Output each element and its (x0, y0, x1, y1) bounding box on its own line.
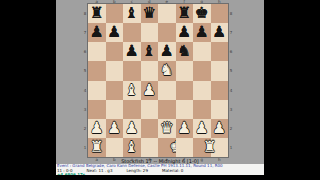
material-balance-text: Material: 0 (162, 169, 183, 174)
square-g2[interactable]: ♟ (193, 119, 211, 138)
square-c2[interactable]: ♟ (123, 119, 141, 138)
square-g3[interactable] (193, 100, 211, 119)
square-g7[interactable]: ♟ (193, 23, 211, 42)
square-g5[interactable] (193, 61, 211, 80)
square-a2[interactable]: ♟ (88, 119, 106, 138)
square-c1[interactable]: ♝ (123, 138, 141, 157)
piece-black-pawn: ♟ (176, 23, 194, 42)
square-b7[interactable]: ♟ (106, 23, 124, 42)
square-d4[interactable]: ♟ (141, 81, 159, 100)
piece-white-knight: ♞ (158, 61, 176, 80)
right-letterbox-bar (264, 0, 320, 180)
rank-label-7: 7 (83, 23, 87, 42)
square-b4[interactable] (106, 81, 124, 100)
square-f3[interactable] (176, 100, 194, 119)
square-h6[interactable] (211, 42, 229, 61)
square-f1[interactable] (176, 138, 194, 157)
rank-labels-left: 87654321 (83, 4, 87, 157)
rank-label-5: 5 (229, 61, 233, 80)
square-a8[interactable]: ♜ (88, 4, 106, 23)
rank-label-2: 2 (229, 119, 233, 138)
rank-label-1: 1 (83, 138, 87, 157)
piece-black-king: ♚ (193, 4, 211, 23)
square-b2[interactable]: ♟ (106, 119, 124, 138)
chess-video-frame: abcdefgh abcdefgh 87654321 87654321 ♜♝♛♜… (0, 0, 320, 180)
square-e6[interactable]: ♟ (158, 42, 176, 61)
square-c6[interactable]: ♟ (123, 42, 141, 61)
square-e3[interactable] (158, 100, 176, 119)
rank-label-2: 2 (83, 119, 87, 138)
piece-white-pawn: ♟ (88, 119, 106, 138)
rank-label-3: 3 (83, 100, 87, 119)
rank-label-6: 6 (83, 42, 87, 61)
chess-board: ♜♝♛♜♚♟♟♟♟♟♟♝♟♞♞♝♟♟♟♟♛♟♟♟♜♝♚♜ (88, 4, 228, 157)
piece-black-pawn: ♟ (211, 23, 229, 42)
square-c7[interactable] (123, 23, 141, 42)
square-f8[interactable]: ♜ (176, 4, 194, 23)
square-a4[interactable] (88, 81, 106, 100)
piece-white-pawn: ♟ (106, 119, 124, 138)
square-b6[interactable] (106, 42, 124, 61)
square-d2[interactable] (141, 119, 159, 138)
square-e5[interactable]: ♞ (158, 61, 176, 80)
square-h1[interactable]: ♜ (211, 138, 229, 157)
square-d5[interactable] (141, 61, 159, 80)
piece-white-pawn: ♟ (176, 119, 194, 138)
piece-white-rook: ♜ (88, 138, 106, 157)
game-info-strip: Event : Grand Belgrade, Caro Kann Defens… (56, 164, 264, 175)
square-b5[interactable] (106, 61, 124, 80)
rank-labels-right: 87654321 (229, 4, 233, 157)
square-a1[interactable]: ♜ (88, 138, 106, 157)
piece-black-pawn: ♟ (123, 42, 141, 61)
square-b8[interactable] (106, 4, 124, 23)
square-d8[interactable]: ♛ (141, 4, 159, 23)
piece-black-pawn: ♟ (193, 23, 211, 42)
square-a5[interactable] (88, 61, 106, 80)
piece-white-bishop: ♝ (123, 81, 141, 100)
piece-black-pawn: ♟ (158, 42, 176, 61)
square-e7[interactable] (158, 23, 176, 42)
piece-white-pawn: ♟ (123, 119, 141, 138)
piece-black-pawn: ♟ (88, 23, 106, 42)
square-e4[interactable] (158, 81, 176, 100)
rank-label-8: 8 (83, 4, 87, 23)
square-a7[interactable]: ♟ (88, 23, 106, 42)
piece-white-pawn: ♟ (211, 119, 229, 138)
rank-label-7: 7 (229, 23, 233, 42)
piece-black-rook: ♜ (176, 4, 194, 23)
square-b1[interactable] (106, 138, 124, 157)
piece-black-rook: ♜ (88, 4, 106, 23)
square-g8[interactable]: ♚ (193, 4, 211, 23)
rank-label-6: 6 (229, 42, 233, 61)
piece-black-queen: ♛ (141, 4, 159, 23)
piece-black-bishop: ♝ (123, 4, 141, 23)
square-h3[interactable] (211, 100, 229, 119)
square-f5[interactable] (176, 61, 194, 80)
piece-black-bishop: ♝ (141, 42, 159, 61)
square-d3[interactable] (141, 100, 159, 119)
square-f6[interactable]: ♞ (176, 42, 194, 61)
square-a6[interactable] (88, 42, 106, 61)
square-f2[interactable]: ♟ (176, 119, 194, 138)
square-f7[interactable]: ♟ (176, 23, 194, 42)
rank-label-8: 8 (229, 4, 233, 23)
square-b3[interactable] (106, 100, 124, 119)
rank-label-1: 1 (229, 138, 233, 157)
square-h5[interactable] (211, 61, 229, 80)
piece-white-pawn: ♟ (193, 119, 211, 138)
square-d6[interactable]: ♝ (141, 42, 159, 61)
square-c3[interactable] (123, 100, 141, 119)
piece-white-bishop: ♝ (123, 138, 141, 157)
piece-white-queen: ♛ (158, 119, 176, 138)
square-a3[interactable] (88, 100, 106, 119)
square-c8[interactable]: ♝ (123, 4, 141, 23)
square-g4[interactable] (193, 81, 211, 100)
piece-white-pawn: ♟ (141, 81, 159, 100)
piece-black-pawn: ♟ (106, 23, 124, 42)
square-g1[interactable] (193, 138, 211, 157)
rank-label-5: 5 (83, 61, 87, 80)
rank-label-3: 3 (229, 100, 233, 119)
square-h8[interactable] (211, 4, 229, 23)
square-e1[interactable]: ♚ (158, 138, 176, 157)
square-h4[interactable] (211, 81, 229, 100)
left-letterbox-bar (0, 0, 56, 180)
bottom-letterbox-bar (56, 175, 264, 180)
piece-black-knight: ♞ (176, 42, 194, 61)
game-length-text: Length: 29 (126, 169, 148, 174)
square-f4[interactable] (176, 81, 194, 100)
move-info-line: 11 : 0-0 Next: 11 . g3 Length: 29 Materi… (57, 169, 263, 174)
square-h2[interactable]: ♟ (211, 119, 229, 138)
square-d7[interactable] (141, 23, 159, 42)
rank-label-4: 4 (83, 81, 87, 100)
square-e8[interactable] (158, 4, 176, 23)
square-g6[interactable] (193, 42, 211, 61)
square-d1[interactable] (141, 138, 159, 157)
next-move-text: Next: 11 . g3 (87, 169, 113, 174)
square-h7[interactable]: ♟ (211, 23, 229, 42)
square-e2[interactable]: ♛ (158, 119, 176, 138)
square-c5[interactable] (123, 61, 141, 80)
rank-label-4: 4 (229, 81, 233, 100)
square-c4[interactable]: ♝ (123, 81, 141, 100)
